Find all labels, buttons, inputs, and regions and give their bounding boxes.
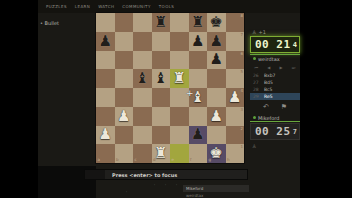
square-c6[interactable] bbox=[133, 51, 152, 70]
square-a3[interactable] bbox=[96, 107, 115, 126]
square-c1[interactable]: c bbox=[133, 144, 152, 163]
clock-black: 00 21 4 bbox=[250, 36, 300, 53]
coord-file-e: e bbox=[172, 158, 174, 162]
square-c4[interactable] bbox=[133, 88, 152, 107]
square-h7[interactable]: 7 bbox=[226, 32, 245, 51]
square-f6[interactable] bbox=[189, 51, 208, 70]
chat-mark: ' bbox=[126, 190, 127, 195]
piece-black-pawn[interactable]: ♟ bbox=[191, 34, 204, 49]
square-d6[interactable] bbox=[152, 51, 171, 70]
square-f3[interactable] bbox=[189, 107, 208, 126]
move-san[interactable]: Re5 bbox=[264, 94, 273, 99]
piece-white-king[interactable]: ♚ bbox=[210, 146, 223, 161]
square-e6[interactable] bbox=[170, 51, 189, 70]
square-d5[interactable]: ♝ bbox=[152, 69, 171, 88]
captured-material-bottom: ♙ bbox=[252, 143, 256, 149]
square-g6[interactable]: ♟ bbox=[207, 51, 226, 70]
move-san[interactable]: Bc5 bbox=[264, 87, 272, 92]
square-f8[interactable]: ♜ bbox=[189, 13, 208, 32]
move-row[interactable]: 27 Bd5 bbox=[250, 79, 300, 86]
chat-row-player2[interactable]: weirdtax bbox=[183, 192, 249, 198]
player-row-bottom[interactable]: Mikeford bbox=[250, 114, 300, 122]
chat-mark: ' bbox=[165, 183, 166, 188]
square-e3[interactable] bbox=[170, 107, 189, 126]
square-f1[interactable]: f bbox=[189, 144, 208, 163]
square-f5[interactable] bbox=[189, 69, 208, 88]
square-d4[interactable] bbox=[152, 88, 171, 107]
chat-mark: ' bbox=[176, 183, 177, 188]
piece-black-rook[interactable]: ♜ bbox=[191, 15, 204, 30]
square-a7[interactable]: ♟ bbox=[96, 32, 115, 51]
nav-community[interactable]: COMMUNITY bbox=[122, 4, 150, 9]
top-navbar: PUZZLES LEARN WATCH COMMUNITY TOOLS bbox=[38, 0, 300, 13]
nav-watch[interactable]: WATCH bbox=[98, 4, 114, 9]
move-replay-controls: ⏮ ◀ ▶ ⏭ bbox=[250, 64, 300, 71]
square-g4[interactable] bbox=[207, 88, 226, 107]
square-b5[interactable] bbox=[115, 69, 134, 88]
captured-pawn-icon: ♙ bbox=[252, 29, 256, 35]
square-c5[interactable]: ♝ bbox=[133, 69, 152, 88]
move-list: 26 Bxb7 27 Bd5 28 Bc5 29 Re5 bbox=[250, 72, 300, 100]
coord-file-c: c bbox=[135, 158, 137, 162]
last-move-icon[interactable]: ⏭ bbox=[292, 65, 296, 70]
coord-rank-7: 7 bbox=[240, 33, 243, 37]
resign-flag-icon[interactable]: ⚑ bbox=[281, 103, 287, 111]
square-a2[interactable]: ♟ bbox=[96, 126, 115, 145]
player-name-top[interactable]: weirdtax bbox=[258, 56, 280, 62]
coord-rank-8: 8 bbox=[240, 14, 243, 18]
chat-placeholder: Press <enter> to focus bbox=[112, 172, 177, 178]
square-b4[interactable] bbox=[115, 88, 134, 107]
square-a5[interactable] bbox=[96, 69, 115, 88]
piece-white-rook[interactable]: ♜ bbox=[173, 71, 186, 86]
prev-move-icon[interactable]: ◀ bbox=[267, 65, 270, 70]
piece-black-pawn[interactable]: ♟ bbox=[99, 34, 112, 49]
coord-file-f: f bbox=[190, 158, 191, 162]
square-c8[interactable] bbox=[133, 13, 152, 32]
square-h6[interactable]: 6 bbox=[226, 51, 245, 70]
piece-black-king[interactable]: ♚ bbox=[210, 15, 223, 30]
coord-rank-3: 3 bbox=[240, 108, 243, 112]
square-h4[interactable]: 4♟ bbox=[226, 88, 245, 107]
square-g3[interactable]: ♟ bbox=[207, 107, 226, 126]
chat-input[interactable]: Press <enter> to focus bbox=[84, 169, 248, 180]
coord-file-b: b bbox=[116, 158, 119, 162]
takeback-icon[interactable]: ↶ bbox=[263, 103, 269, 111]
move-number: 28 bbox=[250, 87, 264, 92]
square-d3[interactable] bbox=[152, 107, 171, 126]
move-row[interactable]: 28 Bc5 bbox=[250, 86, 300, 93]
piece-white-bishop[interactable]: ♝ bbox=[191, 90, 204, 105]
online-dot bbox=[253, 57, 256, 60]
nav-tools[interactable]: TOOLS bbox=[159, 4, 175, 9]
square-d2[interactable] bbox=[152, 126, 171, 145]
square-d1[interactable]: d♜ bbox=[152, 144, 171, 163]
move-number: 29 bbox=[250, 94, 264, 99]
piece-black-pawn[interactable]: ♟ bbox=[210, 52, 223, 67]
piece-black-rook[interactable]: ♜ bbox=[154, 15, 167, 30]
clock-white: 00 25 7 bbox=[250, 123, 300, 140]
square-b3[interactable]: ♟ bbox=[115, 107, 134, 126]
square-h2[interactable]: 2 bbox=[226, 126, 245, 145]
chat-row-player1[interactable]: Mikeford bbox=[183, 185, 249, 192]
square-g5[interactable] bbox=[207, 69, 226, 88]
square-e8[interactable] bbox=[170, 13, 189, 32]
square-g7[interactable]: ♟ bbox=[207, 32, 226, 51]
square-g1[interactable]: g♚ bbox=[207, 144, 226, 163]
screenshot-stage: PUZZLES LEARN WATCH COMMUNITY TOOLS • Bu… bbox=[0, 0, 352, 198]
square-d7[interactable] bbox=[152, 32, 171, 51]
first-move-icon[interactable]: ⏮ bbox=[255, 65, 259, 70]
square-b1[interactable]: b bbox=[115, 144, 134, 163]
square-f7[interactable]: ♟ bbox=[189, 32, 208, 51]
square-h5[interactable]: 5 bbox=[226, 69, 245, 88]
piece-black-bishop[interactable]: ♝ bbox=[154, 71, 167, 86]
game-action-buttons: ↶ ⚑ bbox=[250, 102, 300, 112]
chess-board[interactable]: ♜♜♚8♟♟♟7♟6♝♝♜5♝4♟♟♟3♟♟2abcd♜efg♚h1 bbox=[96, 13, 244, 163]
nav-learn[interactable]: LEARN bbox=[75, 4, 90, 9]
square-h3[interactable]: 3 bbox=[226, 107, 245, 126]
coord-rank-1: 1 bbox=[240, 145, 243, 149]
square-d8[interactable]: ♜ bbox=[152, 13, 171, 32]
player-name-bottom[interactable]: Mikeford bbox=[258, 115, 279, 121]
coord-rank-2: 2 bbox=[240, 127, 243, 131]
square-g2[interactable] bbox=[207, 126, 226, 145]
player-row-top[interactable]: weirdtax bbox=[250, 54, 300, 62]
square-b8[interactable] bbox=[115, 13, 134, 32]
move-number: 26 bbox=[250, 73, 264, 78]
piece-black-pawn[interactable]: ♟ bbox=[210, 34, 223, 49]
square-f4[interactable]: ♝ bbox=[189, 88, 208, 107]
captured-material-top: ♙ +1 bbox=[252, 29, 266, 35]
move-number: 27 bbox=[250, 80, 264, 85]
piece-white-pawn[interactable]: ♟ bbox=[99, 127, 112, 142]
chat-room-toggle[interactable] bbox=[85, 170, 105, 179]
square-e2[interactable] bbox=[170, 126, 189, 145]
piece-black-bishop[interactable]: ♝ bbox=[136, 71, 149, 86]
square-a4[interactable] bbox=[96, 88, 115, 107]
coord-rank-5: 5 bbox=[240, 70, 243, 74]
square-h8[interactable]: 8 bbox=[226, 13, 245, 32]
square-c7[interactable] bbox=[133, 32, 152, 51]
square-b2[interactable] bbox=[115, 126, 134, 145]
square-e7[interactable] bbox=[170, 32, 189, 51]
coord-rank-6: 6 bbox=[240, 52, 243, 56]
captured-pawn-icon: ♙ bbox=[252, 143, 256, 149]
square-a8[interactable] bbox=[96, 13, 115, 32]
game-type-label: • Bullet bbox=[40, 20, 59, 26]
square-b7[interactable] bbox=[115, 32, 134, 51]
move-row[interactable]: 26 Bxb7 bbox=[250, 72, 300, 79]
chat-mark: ' bbox=[154, 183, 155, 188]
move-san[interactable]: Bxb7 bbox=[264, 73, 275, 78]
square-a1[interactable]: a bbox=[96, 144, 115, 163]
coord-file-a: a bbox=[98, 158, 100, 162]
square-c3[interactable] bbox=[133, 107, 152, 126]
clock-black-tenths: 4 bbox=[293, 41, 297, 49]
coord-file-h: h bbox=[227, 158, 230, 162]
piece-white-pawn[interactable]: ♟ bbox=[228, 90, 241, 105]
square-b6[interactable] bbox=[115, 51, 134, 70]
square-h1[interactable]: h1 bbox=[226, 144, 245, 163]
square-e1[interactable]: e bbox=[170, 144, 189, 163]
piece-white-pawn[interactable]: ♟ bbox=[210, 109, 223, 124]
square-c2[interactable] bbox=[133, 126, 152, 145]
square-e4[interactable] bbox=[170, 88, 189, 107]
square-f2[interactable]: ♟ bbox=[189, 126, 208, 145]
piece-black-pawn[interactable]: ♟ bbox=[191, 127, 204, 142]
material-advantage: +1 bbox=[258, 29, 265, 35]
move-san[interactable]: Bd5 bbox=[264, 80, 273, 85]
piece-white-pawn[interactable]: ♟ bbox=[117, 109, 130, 124]
clock-white-minsec: 00 25 bbox=[255, 125, 291, 138]
square-g8[interactable]: ♚ bbox=[207, 13, 226, 32]
square-e5[interactable]: ♜ bbox=[170, 69, 189, 88]
clock-black-minsec: 00 21 bbox=[255, 38, 291, 51]
move-row-current[interactable]: 29 Re5 bbox=[250, 93, 300, 100]
piece-white-rook[interactable]: ♜ bbox=[154, 146, 167, 161]
online-dot bbox=[253, 116, 256, 119]
nav-puzzles[interactable]: PUZZLES bbox=[46, 4, 67, 9]
next-move-icon[interactable]: ▶ bbox=[280, 65, 283, 70]
square-a6[interactable] bbox=[96, 51, 115, 70]
clock-white-tenths: 7 bbox=[293, 128, 297, 136]
